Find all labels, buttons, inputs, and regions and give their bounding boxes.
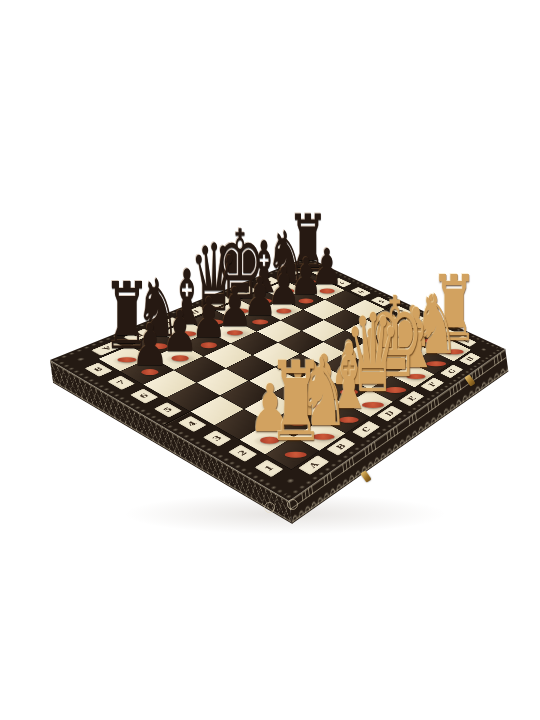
chess-board: ABCDEFGH ABCDEFGH 87654321 87654321 (50, 257, 505, 501)
corner-scroll-carving (264, 502, 275, 513)
brass-clasp-left (360, 470, 371, 482)
product-photo-stage: ABCDEFGH ABCDEFGH 87654321 87654321 ♜♞♝♛… (0, 0, 540, 720)
corner-scroll-carving (287, 499, 298, 510)
